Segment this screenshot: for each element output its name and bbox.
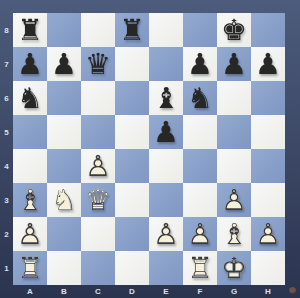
rank-labels: 87654321 <box>0 13 13 285</box>
square-c3[interactable]: ♛♕ <box>81 183 115 217</box>
file-label-a: A <box>13 285 47 298</box>
white-knight-outline: ♘ <box>47 183 81 217</box>
rank-label-5: 5 <box>0 115 13 149</box>
square-a2[interactable]: ♟♙ <box>13 217 47 251</box>
square-h8[interactable] <box>251 13 285 47</box>
square-f2[interactable]: ♟♙ <box>183 217 217 251</box>
white-rook[interactable]: ♜♖ <box>13 251 47 285</box>
square-e8[interactable] <box>149 13 183 47</box>
black-bishop[interactable]: ♝ <box>149 81 183 115</box>
rank-label-1: 1 <box>0 251 13 285</box>
white-queen-outline: ♕ <box>81 183 115 217</box>
file-label-g: G <box>217 285 251 298</box>
square-h6[interactable] <box>251 81 285 115</box>
square-e4[interactable] <box>149 149 183 183</box>
square-a8[interactable]: ♜ <box>13 13 47 47</box>
square-e2[interactable]: ♟♙ <box>149 217 183 251</box>
black-rook[interactable]: ♜ <box>13 13 47 47</box>
square-f4[interactable] <box>183 149 217 183</box>
square-g1[interactable]: ♚♔ <box>217 251 251 285</box>
white-bishop-outline: ♗ <box>13 183 47 217</box>
white-bishop-outline: ♗ <box>217 217 251 251</box>
square-h2[interactable]: ♟♙ <box>251 217 285 251</box>
square-e5[interactable]: ♟ <box>149 115 183 149</box>
square-f5[interactable] <box>183 115 217 149</box>
square-f8[interactable] <box>183 13 217 47</box>
square-c4[interactable]: ♟♙ <box>81 149 115 183</box>
square-f1[interactable]: ♜♖ <box>183 251 217 285</box>
square-g6[interactable] <box>217 81 251 115</box>
square-e7[interactable] <box>149 47 183 81</box>
white-pawn[interactable]: ♟♙ <box>217 183 251 217</box>
file-labels: ABCDEFGH <box>13 285 285 298</box>
corner-dot-icon <box>289 287 296 294</box>
white-pawn-outline: ♙ <box>13 217 47 251</box>
black-rook[interactable]: ♜ <box>115 13 149 47</box>
square-e6[interactable]: ♝ <box>149 81 183 115</box>
square-b8[interactable] <box>47 13 81 47</box>
black-pawn[interactable]: ♟ <box>47 47 81 81</box>
white-knight[interactable]: ♞♘ <box>47 183 81 217</box>
file-label-e: E <box>149 285 183 298</box>
square-b1[interactable] <box>47 251 81 285</box>
white-pawn-outline: ♙ <box>81 149 115 183</box>
white-pawn-outline: ♙ <box>149 217 183 251</box>
white-pawn-outline: ♙ <box>183 217 217 251</box>
square-d2[interactable] <box>115 217 149 251</box>
square-d6[interactable] <box>115 81 149 115</box>
square-g3[interactable]: ♟♙ <box>217 183 251 217</box>
white-rook[interactable]: ♜♖ <box>183 251 217 285</box>
square-f6[interactable]: ♞ <box>183 81 217 115</box>
square-a6[interactable]: ♞ <box>13 81 47 115</box>
white-queen[interactable]: ♛♕ <box>81 183 115 217</box>
square-h5[interactable] <box>251 115 285 149</box>
white-king-outline: ♔ <box>217 251 251 285</box>
square-b7[interactable]: ♟ <box>47 47 81 81</box>
chess-board[interactable]: ♜♜♚♟♟♛♟♟♟♞♝♞♟♟♙♝♗♞♘♛♕♟♙♟♙♟♙♟♙♝♗♟♙♜♖♜♖♚♔ <box>13 13 285 285</box>
white-pawn-outline: ♙ <box>251 217 285 251</box>
white-pawn[interactable]: ♟♙ <box>149 217 183 251</box>
square-c5[interactable] <box>81 115 115 149</box>
square-h3[interactable] <box>251 183 285 217</box>
square-d4[interactable] <box>115 149 149 183</box>
black-pawn[interactable]: ♟ <box>149 115 183 149</box>
square-a7[interactable]: ♟ <box>13 47 47 81</box>
file-label-f: F <box>183 285 217 298</box>
square-b6[interactable] <box>47 81 81 115</box>
square-e3[interactable] <box>149 183 183 217</box>
rank-label-3: 3 <box>0 183 13 217</box>
white-bishop[interactable]: ♝♗ <box>217 217 251 251</box>
square-c8[interactable] <box>81 13 115 47</box>
square-c1[interactable] <box>81 251 115 285</box>
square-f7[interactable]: ♟ <box>183 47 217 81</box>
file-label-c: C <box>81 285 115 298</box>
rank-label-2: 2 <box>0 217 13 251</box>
file-label-h: H <box>251 285 285 298</box>
square-h7[interactable]: ♟ <box>251 47 285 81</box>
black-pawn[interactable]: ♟ <box>183 47 217 81</box>
black-knight[interactable]: ♞ <box>183 81 217 115</box>
square-g5[interactable] <box>217 115 251 149</box>
rank-label-7: 7 <box>0 47 13 81</box>
white-pawn[interactable]: ♟♙ <box>183 217 217 251</box>
rank-label-6: 6 <box>0 81 13 115</box>
white-bishop[interactable]: ♝♗ <box>13 183 47 217</box>
black-pawn[interactable]: ♟ <box>13 47 47 81</box>
white-pawn[interactable]: ♟♙ <box>251 217 285 251</box>
square-g8[interactable]: ♚ <box>217 13 251 47</box>
square-a1[interactable]: ♜♖ <box>13 251 47 285</box>
square-g4[interactable] <box>217 149 251 183</box>
square-c6[interactable] <box>81 81 115 115</box>
square-d3[interactable] <box>115 183 149 217</box>
rank-label-4: 4 <box>0 149 13 183</box>
square-a4[interactable] <box>13 149 47 183</box>
square-h1[interactable] <box>251 251 285 285</box>
black-pawn[interactable]: ♟ <box>217 47 251 81</box>
square-a5[interactable] <box>13 115 47 149</box>
square-d1[interactable] <box>115 251 149 285</box>
square-b2[interactable] <box>47 217 81 251</box>
square-a3[interactable]: ♝♗ <box>13 183 47 217</box>
white-pawn[interactable]: ♟♙ <box>81 149 115 183</box>
square-d8[interactable]: ♜ <box>115 13 149 47</box>
square-b3[interactable]: ♞♘ <box>47 183 81 217</box>
black-king[interactable]: ♚ <box>217 13 251 47</box>
black-queen[interactable]: ♛ <box>81 47 115 81</box>
black-knight[interactable]: ♞ <box>13 81 47 115</box>
white-rook-outline: ♖ <box>13 251 47 285</box>
white-rook-outline: ♖ <box>183 251 217 285</box>
square-d5[interactable] <box>115 115 149 149</box>
square-d7[interactable] <box>115 47 149 81</box>
square-g2[interactable]: ♝♗ <box>217 217 251 251</box>
file-label-b: B <box>47 285 81 298</box>
square-e1[interactable] <box>149 251 183 285</box>
square-b4[interactable] <box>47 149 81 183</box>
square-g7[interactable]: ♟ <box>217 47 251 81</box>
white-pawn[interactable]: ♟♙ <box>13 217 47 251</box>
square-b5[interactable] <box>47 115 81 149</box>
file-label-d: D <box>115 285 149 298</box>
square-f3[interactable] <box>183 183 217 217</box>
rank-label-8: 8 <box>0 13 13 47</box>
square-c2[interactable] <box>81 217 115 251</box>
white-king[interactable]: ♚♔ <box>217 251 251 285</box>
chess-diagram: 87654321 ♜♜♚♟♟♛♟♟♟♞♝♞♟♟♙♝♗♞♘♛♕♟♙♟♙♟♙♟♙♝♗… <box>0 0 300 298</box>
black-pawn[interactable]: ♟ <box>251 47 285 81</box>
white-pawn-outline: ♙ <box>217 183 251 217</box>
square-h4[interactable] <box>251 149 285 183</box>
square-c7[interactable]: ♛ <box>81 47 115 81</box>
